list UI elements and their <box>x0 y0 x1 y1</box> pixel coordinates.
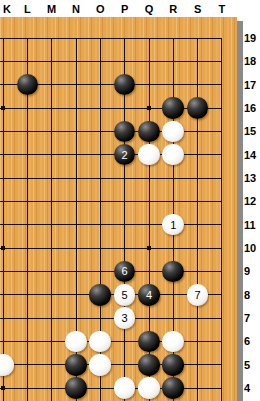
intersection-Q15[interactable] <box>137 120 161 143</box>
intersection-S5[interactable] <box>185 353 209 376</box>
grid-line-vertical <box>221 166 222 189</box>
intersection-K14[interactable] <box>0 143 15 166</box>
row-label-18: 18 <box>244 53 260 69</box>
black-stone-Q6[interactable] <box>138 331 160 353</box>
intersection-R14[interactable] <box>161 143 185 166</box>
grid-line-vertical <box>3 283 4 306</box>
move-number: 6 <box>122 266 128 277</box>
intersection-T9[interactable] <box>210 260 234 283</box>
white-stone-P7[interactable]: 3 <box>114 307 136 329</box>
grid-line-vertical <box>76 283 77 306</box>
intersection-S8[interactable]: 7 <box>185 283 209 306</box>
intersection-L13[interactable] <box>15 166 39 189</box>
black-stone-P9[interactable]: 6 <box>114 261 136 283</box>
grid-line-vertical <box>27 260 28 283</box>
intersection-S13[interactable] <box>185 166 209 189</box>
intersection-Q7[interactable] <box>137 306 161 329</box>
intersection-K15[interactable] <box>0 120 15 143</box>
grid-line-vertical <box>124 353 125 376</box>
white-stone-S8[interactable]: 7 <box>187 284 209 306</box>
intersection-Q4[interactable] <box>137 376 161 399</box>
row-label-17: 17 <box>244 77 260 93</box>
intersection-O9[interactable] <box>88 260 112 283</box>
intersection-O19[interactable] <box>88 26 112 49</box>
intersection-O11[interactable] <box>88 213 112 236</box>
grid-line-vertical <box>197 166 198 189</box>
grid-line-vertical <box>76 306 77 329</box>
intersection-Q11[interactable] <box>137 213 161 236</box>
intersection-R15[interactable] <box>161 120 185 143</box>
black-stone-Q5[interactable] <box>138 354 160 376</box>
intersection-Q19[interactable] <box>137 26 161 49</box>
intersection-Q8[interactable]: 4 <box>137 283 161 306</box>
grid-line-vertical <box>173 166 174 189</box>
grid-line-vertical <box>197 143 198 166</box>
column-label-L: L <box>20 2 34 16</box>
intersection-L4[interactable] <box>15 376 39 399</box>
intersection-O6[interactable] <box>88 330 112 353</box>
intersection-T12[interactable] <box>210 190 234 213</box>
intersection-T6[interactable] <box>210 330 234 353</box>
grid-line-vertical <box>100 166 101 189</box>
intersection-T4[interactable] <box>210 376 234 399</box>
intersection-Q16[interactable] <box>137 96 161 119</box>
grid-line-vertical <box>27 190 28 213</box>
grid-line-vertical <box>76 143 77 166</box>
black-stone-N5[interactable] <box>65 354 87 376</box>
intersection-O15[interactable] <box>88 120 112 143</box>
grid-line-vertical <box>27 120 28 143</box>
intersection-Q17[interactable] <box>137 73 161 96</box>
intersection-L9[interactable] <box>15 260 39 283</box>
grid-line-vertical <box>197 330 198 353</box>
intersection-R19[interactable] <box>161 26 185 49</box>
grid-line-vertical <box>149 190 150 213</box>
grid-line-vertical <box>3 213 4 236</box>
grid-line-vertical <box>100 236 101 259</box>
intersection-N16[interactable] <box>64 96 88 119</box>
intersection-M4[interactable] <box>39 376 63 399</box>
intersection-L19[interactable] <box>15 26 39 49</box>
intersection-O4[interactable] <box>88 376 112 399</box>
black-stone-Q8[interactable]: 4 <box>138 284 160 306</box>
white-stone-Q4[interactable] <box>138 377 160 399</box>
intersection-S6[interactable] <box>185 330 209 353</box>
black-stone-S16[interactable] <box>187 97 209 119</box>
intersection-M12[interactable] <box>39 190 63 213</box>
intersection-S7[interactable] <box>185 306 209 329</box>
white-stone-O5[interactable] <box>89 354 111 376</box>
grid-line-vertical <box>51 260 52 283</box>
grid-line-vertical <box>124 50 125 73</box>
grid-line-vertical <box>76 73 77 96</box>
grid-line-vertical <box>197 260 198 283</box>
intersection-T8[interactable] <box>210 283 234 306</box>
grid-line-vertical <box>3 306 4 329</box>
grid-line-vertical <box>51 96 52 119</box>
intersection-P5[interactable] <box>112 353 136 376</box>
grid-line-vertical <box>124 166 125 189</box>
go-board: 2165473 <box>0 17 237 401</box>
intersection-N12[interactable] <box>64 190 88 213</box>
intersection-P12[interactable] <box>112 190 136 213</box>
intersection-T13[interactable] <box>210 166 234 189</box>
white-stone-P4[interactable] <box>114 377 136 399</box>
intersection-T7[interactable] <box>210 306 234 329</box>
intersection-K16[interactable] <box>0 96 15 119</box>
grid-line-vertical <box>149 166 150 189</box>
grid-line-vertical <box>100 38 101 50</box>
grid-line-vertical <box>149 38 150 50</box>
intersection-Q5[interactable] <box>137 353 161 376</box>
grid-line-vertical <box>124 213 125 236</box>
grid-line-vertical <box>76 260 77 283</box>
intersection-T16[interactable] <box>210 96 234 119</box>
grid-line-vertical <box>149 73 150 96</box>
grid-line-vertical <box>27 306 28 329</box>
star-point-Q10 <box>147 246 151 250</box>
intersection-N11[interactable] <box>64 213 88 236</box>
intersection-R17[interactable] <box>161 73 185 96</box>
grid-line-vertical <box>3 73 4 96</box>
black-stone-R9[interactable] <box>162 261 184 283</box>
white-stone-N6[interactable] <box>65 331 87 353</box>
grid-line-vertical <box>124 96 125 119</box>
intersection-S9[interactable] <box>185 260 209 283</box>
intersection-K9[interactable] <box>0 260 15 283</box>
intersection-M8[interactable] <box>39 283 63 306</box>
intersection-N13[interactable] <box>64 166 88 189</box>
grid-line-vertical <box>100 96 101 119</box>
grid-line-vertical <box>197 73 198 96</box>
intersection-S15[interactable] <box>185 120 209 143</box>
intersection-Q18[interactable] <box>137 50 161 73</box>
row-label-11: 11 <box>244 217 260 233</box>
intersection-R7[interactable] <box>161 306 185 329</box>
grid-line-vertical <box>100 376 101 399</box>
star-point-K16 <box>1 106 5 110</box>
intersection-Q13[interactable] <box>137 166 161 189</box>
star-point-K10 <box>1 246 5 250</box>
white-stone-R11[interactable]: 1 <box>162 214 184 236</box>
white-stone-R6[interactable] <box>162 331 184 353</box>
intersection-N14[interactable] <box>64 143 88 166</box>
grid-line-vertical <box>149 50 150 73</box>
intersection-S17[interactable] <box>185 73 209 96</box>
column-label-S: S <box>191 2 205 16</box>
intersection-S10[interactable] <box>185 236 209 259</box>
grid-line-vertical <box>27 376 28 399</box>
row-label-8: 8 <box>244 287 260 303</box>
grid-line-vertical <box>100 73 101 96</box>
grid-line-vertical <box>173 73 174 96</box>
intersection-S19[interactable] <box>185 26 209 49</box>
move-number: 4 <box>146 290 152 301</box>
intersection-L15[interactable] <box>15 120 39 143</box>
intersection-P8[interactable]: 5 <box>112 283 136 306</box>
grid-line-vertical <box>149 260 150 283</box>
intersection-P10[interactable] <box>112 236 136 259</box>
move-number: 1 <box>170 220 176 231</box>
intersection-N17[interactable] <box>64 73 88 96</box>
grid-line-vertical <box>221 376 222 399</box>
grid-line-vertical <box>76 190 77 213</box>
intersection-P18[interactable] <box>112 50 136 73</box>
grid-line-vertical <box>51 306 52 329</box>
intersection-S18[interactable] <box>185 50 209 73</box>
grid-line-vertical <box>100 213 101 236</box>
grid-line-vertical <box>27 283 28 306</box>
grid-line-vertical <box>3 330 4 353</box>
intersection-L17[interactable] <box>15 73 39 96</box>
white-stone-P8[interactable]: 5 <box>114 284 136 306</box>
grid-line-vertical <box>100 190 101 213</box>
white-stone-Q14[interactable] <box>138 144 160 166</box>
intersection-N15[interactable] <box>64 120 88 143</box>
intersection-M19[interactable] <box>39 26 63 49</box>
intersection-K12[interactable] <box>0 190 15 213</box>
grid-line-vertical <box>51 236 52 259</box>
intersection-K7[interactable] <box>0 306 15 329</box>
grid-line-vertical <box>221 283 222 306</box>
intersection-K19[interactable] <box>0 26 15 49</box>
intersection-R18[interactable] <box>161 50 185 73</box>
intersection-M7[interactable] <box>39 306 63 329</box>
intersection-O13[interactable] <box>88 166 112 189</box>
grid-line-vertical <box>149 306 150 329</box>
grid-line-vertical <box>76 50 77 73</box>
row-label-12: 12 <box>244 193 260 209</box>
black-stone-R5[interactable] <box>162 354 184 376</box>
grid-line-vertical <box>197 50 198 73</box>
grid-line-vertical <box>100 50 101 73</box>
black-stone-Q15[interactable] <box>138 121 160 143</box>
star-point-K4 <box>1 386 5 390</box>
black-stone-P17[interactable] <box>114 74 136 96</box>
intersection-S11[interactable] <box>185 213 209 236</box>
intersection-T18[interactable] <box>210 50 234 73</box>
intersection-O14[interactable] <box>88 143 112 166</box>
intersection-R12[interactable] <box>161 190 185 213</box>
intersection-P6[interactable] <box>112 330 136 353</box>
grid-line-vertical <box>76 236 77 259</box>
grid-line-vertical <box>197 306 198 329</box>
intersection-T11[interactable] <box>210 213 234 236</box>
intersection-L8[interactable] <box>15 283 39 306</box>
intersection-K5[interactable] <box>0 353 15 376</box>
black-stone-P15[interactable] <box>114 121 136 143</box>
intersection-M10[interactable] <box>39 236 63 259</box>
intersection-P15[interactable] <box>112 120 136 143</box>
grid-line-vertical <box>51 330 52 353</box>
intersection-O16[interactable] <box>88 96 112 119</box>
intersection-K18[interactable] <box>0 50 15 73</box>
intersection-O5[interactable] <box>88 353 112 376</box>
intersection-P13[interactable] <box>112 166 136 189</box>
intersection-R4[interactable] <box>161 376 185 399</box>
intersection-M5[interactable] <box>39 353 63 376</box>
grid-line-vertical <box>149 213 150 236</box>
intersection-L14[interactable] <box>15 143 39 166</box>
grid-line-vertical <box>173 306 174 329</box>
row-label-15: 15 <box>244 123 260 139</box>
black-stone-R16[interactable] <box>162 97 184 119</box>
intersection-O18[interactable] <box>88 50 112 73</box>
grid-line-vertical <box>51 120 52 143</box>
intersection-R16[interactable] <box>161 96 185 119</box>
black-stone-P14[interactable]: 2 <box>114 144 136 166</box>
column-label-M: M <box>45 2 59 16</box>
grid-line-vertical <box>221 190 222 213</box>
intersection-L5[interactable] <box>15 353 39 376</box>
intersection-O17[interactable] <box>88 73 112 96</box>
black-stone-L17[interactable] <box>17 74 39 96</box>
intersection-K13[interactable] <box>0 166 15 189</box>
intersection-O7[interactable] <box>88 306 112 329</box>
grid-line-vertical <box>3 260 4 283</box>
white-stone-R15[interactable] <box>162 121 184 143</box>
intersection-P4[interactable] <box>112 376 136 399</box>
intersection-P7[interactable]: 3 <box>112 306 136 329</box>
grid-line-vertical <box>221 213 222 236</box>
white-stone-R14[interactable] <box>162 144 184 166</box>
intersection-N4[interactable] <box>64 376 88 399</box>
intersection-N5[interactable] <box>64 353 88 376</box>
grid-line-vertical <box>221 50 222 73</box>
intersection-S12[interactable] <box>185 190 209 213</box>
grid-line-vertical <box>27 38 28 50</box>
intersection-R13[interactable] <box>161 166 185 189</box>
black-stone-R4[interactable] <box>162 377 184 399</box>
intersection-P19[interactable] <box>112 26 136 49</box>
intersection-N10[interactable] <box>64 236 88 259</box>
grid-line-vertical <box>100 306 101 329</box>
intersection-N8[interactable] <box>64 283 88 306</box>
intersection-N9[interactable] <box>64 260 88 283</box>
intersection-O12[interactable] <box>88 190 112 213</box>
intersection-Q6[interactable] <box>137 330 161 353</box>
grid-line-vertical <box>124 236 125 259</box>
intersection-T19[interactable] <box>210 26 234 49</box>
intersection-M17[interactable] <box>39 73 63 96</box>
intersection-R5[interactable] <box>161 353 185 376</box>
intersection-T15[interactable] <box>210 120 234 143</box>
intersection-M15[interactable] <box>39 120 63 143</box>
intersection-P11[interactable] <box>112 213 136 236</box>
grid-line-vertical <box>100 143 101 166</box>
intersection-O8[interactable] <box>88 283 112 306</box>
white-stone-O6[interactable] <box>89 331 111 353</box>
move-number: 3 <box>122 313 128 324</box>
grid-line-vertical <box>221 38 222 50</box>
intersection-R6[interactable] <box>161 330 185 353</box>
intersection-N18[interactable] <box>64 50 88 73</box>
intersection-M18[interactable] <box>39 50 63 73</box>
intersection-N6[interactable] <box>64 330 88 353</box>
intersection-N7[interactable] <box>64 306 88 329</box>
grid-line-vertical <box>197 190 198 213</box>
black-stone-O8[interactable] <box>89 284 111 306</box>
intersection-P14[interactable]: 2 <box>112 143 136 166</box>
row-label-14: 14 <box>244 147 260 163</box>
intersection-R11[interactable]: 1 <box>161 213 185 236</box>
intersection-S16[interactable] <box>185 96 209 119</box>
intersection-M11[interactable] <box>39 213 63 236</box>
intersection-R10[interactable] <box>161 236 185 259</box>
intersection-T5[interactable] <box>210 353 234 376</box>
intersection-Q14[interactable] <box>137 143 161 166</box>
grid-line-vertical <box>173 236 174 259</box>
intersection-L11[interactable] <box>15 213 39 236</box>
intersection-T10[interactable] <box>210 236 234 259</box>
grid-line-vertical <box>221 353 222 376</box>
intersection-N19[interactable] <box>64 26 88 49</box>
intersection-M14[interactable] <box>39 143 63 166</box>
intersection-L6[interactable] <box>15 330 39 353</box>
intersection-T14[interactable] <box>210 143 234 166</box>
grid-line-vertical <box>51 376 52 399</box>
grid-line-vertical <box>76 213 77 236</box>
intersection-M13[interactable] <box>39 166 63 189</box>
column-label-N: N <box>69 2 83 16</box>
intersection-M16[interactable] <box>39 96 63 119</box>
grid-line-vertical <box>197 120 198 143</box>
grid-line-vertical <box>197 38 198 50</box>
intersection-M6[interactable] <box>39 330 63 353</box>
intersection-K4[interactable] <box>0 376 15 399</box>
intersection-Q12[interactable] <box>137 190 161 213</box>
intersection-L7[interactable] <box>15 306 39 329</box>
intersection-K11[interactable] <box>0 213 15 236</box>
intersection-O10[interactable] <box>88 236 112 259</box>
intersection-S4[interactable] <box>185 376 209 399</box>
grid-line-vertical <box>27 50 28 73</box>
grid-line-vertical <box>197 213 198 236</box>
intersection-P9[interactable]: 6 <box>112 260 136 283</box>
grid-line-vertical <box>221 143 222 166</box>
white-stone-K5[interactable] <box>0 354 14 376</box>
grid-line-vertical <box>221 236 222 259</box>
intersection-Q10[interactable] <box>137 236 161 259</box>
grid-line-vertical <box>27 96 28 119</box>
intersection-T17[interactable] <box>210 73 234 96</box>
grid-line-vertical <box>173 50 174 73</box>
intersection-R8[interactable] <box>161 283 185 306</box>
intersection-L12[interactable] <box>15 190 39 213</box>
intersection-S14[interactable] <box>185 143 209 166</box>
intersection-K17[interactable] <box>0 73 15 96</box>
grid-line-vertical <box>27 353 28 376</box>
intersection-K10[interactable] <box>0 236 15 259</box>
intersection-M9[interactable] <box>39 260 63 283</box>
grid-line-vertical <box>221 73 222 96</box>
intersection-L16[interactable] <box>15 96 39 119</box>
grid-line-vertical <box>51 190 52 213</box>
grid-line-vertical <box>197 236 198 259</box>
grid-line-vertical <box>221 96 222 119</box>
intersection-Q9[interactable] <box>137 260 161 283</box>
intersection-K6[interactable] <box>0 330 15 353</box>
intersection-L10[interactable] <box>15 236 39 259</box>
grid-line-vertical <box>51 143 52 166</box>
intersection-K8[interactable] <box>0 283 15 306</box>
intersection-R9[interactable] <box>161 260 185 283</box>
grid-line-vertical <box>221 260 222 283</box>
intersection-L18[interactable] <box>15 50 39 73</box>
intersection-P17[interactable] <box>112 73 136 96</box>
intersection-P16[interactable] <box>112 96 136 119</box>
black-stone-N4[interactable] <box>65 377 87 399</box>
